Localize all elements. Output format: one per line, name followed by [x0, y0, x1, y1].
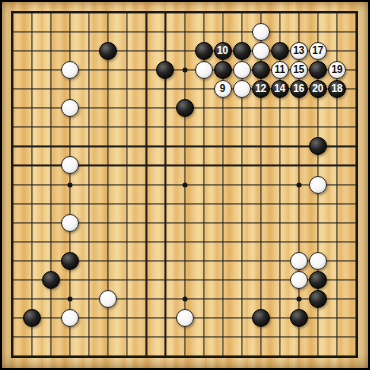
stone-white[interactable]: [99, 290, 117, 308]
grid-line-horizontal: [13, 336, 356, 337]
stone-white[interactable]: [61, 99, 79, 117]
move-number: 9: [220, 84, 226, 94]
stone-white[interactable]: [252, 42, 270, 60]
stone-white-move-9[interactable]: 9: [214, 80, 232, 98]
stone-black[interactable]: [156, 61, 174, 79]
stone-white[interactable]: [309, 176, 327, 194]
move-number: 19: [331, 65, 342, 75]
move-number: 10: [217, 46, 228, 56]
stone-black[interactable]: [23, 309, 41, 327]
star-point: [296, 296, 301, 301]
move-number: 14: [274, 84, 285, 94]
move-number: 13: [293, 46, 304, 56]
stone-white[interactable]: [309, 252, 327, 270]
stone-white-move-11[interactable]: 11: [271, 61, 289, 79]
move-number: 18: [331, 84, 342, 94]
move-number: 12: [255, 84, 266, 94]
stone-white[interactable]: [252, 23, 270, 41]
stone-black[interactable]: [309, 137, 327, 155]
stone-white-move-17[interactable]: 17: [309, 42, 327, 60]
stone-black-move-10[interactable]: 10: [214, 42, 232, 60]
stone-black[interactable]: [309, 290, 327, 308]
move-number: 11: [274, 65, 285, 75]
move-number: 17: [312, 46, 323, 56]
stone-black[interactable]: [176, 99, 194, 117]
stone-black[interactable]: [309, 61, 327, 79]
board-grid[interactable]: 10131711151991214162018: [13, 13, 356, 356]
stone-black[interactable]: [61, 252, 79, 270]
stone-black[interactable]: [99, 42, 117, 60]
stone-white[interactable]: [176, 309, 194, 327]
stone-black-move-16[interactable]: 16: [290, 80, 308, 98]
move-number: 20: [312, 84, 323, 94]
stone-white-move-15[interactable]: 15: [290, 61, 308, 79]
stone-white[interactable]: [61, 156, 79, 174]
grid-line-horizontal: [13, 355, 356, 356]
stone-white[interactable]: [233, 80, 251, 98]
go-board-diagram: 10131711151991214162018: [0, 0, 370, 370]
stone-white-move-19[interactable]: 19: [328, 61, 346, 79]
stone-white-move-13[interactable]: 13: [290, 42, 308, 60]
move-number: 16: [293, 84, 304, 94]
stone-black[interactable]: [252, 61, 270, 79]
grid-line-horizontal: [13, 203, 356, 204]
stone-white[interactable]: [195, 61, 213, 79]
stone-white[interactable]: [290, 271, 308, 289]
stone-white[interactable]: [61, 214, 79, 232]
star-point: [182, 182, 187, 187]
star-point: [68, 296, 73, 301]
stone-black[interactable]: [271, 42, 289, 60]
star-point: [296, 182, 301, 187]
stone-black-move-12[interactable]: 12: [252, 80, 270, 98]
stone-black-move-18[interactable]: 18: [328, 80, 346, 98]
star-point: [68, 182, 73, 187]
stone-black[interactable]: [309, 271, 327, 289]
star-point: [182, 68, 187, 73]
star-point: [182, 296, 187, 301]
stone-black-move-20[interactable]: 20: [309, 80, 327, 98]
stone-white[interactable]: [61, 309, 79, 327]
stone-white[interactable]: [290, 252, 308, 270]
stone-black[interactable]: [290, 309, 308, 327]
stone-white[interactable]: [61, 61, 79, 79]
grid-line-horizontal: [13, 241, 356, 242]
stone-black-move-14[interactable]: 14: [271, 80, 289, 98]
move-number: 15: [293, 65, 304, 75]
stone-black[interactable]: [252, 309, 270, 327]
stone-white[interactable]: [233, 61, 251, 79]
grid-line-vertical: [355, 13, 356, 356]
stone-black[interactable]: [233, 42, 251, 60]
stone-black[interactable]: [195, 42, 213, 60]
stone-black[interactable]: [214, 61, 232, 79]
stone-black[interactable]: [42, 271, 60, 289]
